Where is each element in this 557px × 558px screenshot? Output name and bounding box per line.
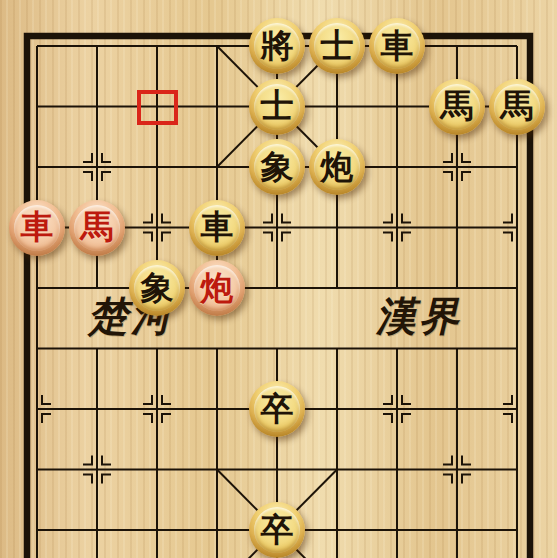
last-move-marker [137,90,178,125]
piece-black-horse-2[interactable]: 馬 [489,79,545,135]
piece-black-elephant-2[interactable]: 象 [129,260,185,316]
piece-black-chariot-1[interactable]: 車 [369,18,425,74]
piece-black-advisor-2[interactable]: 士 [249,79,305,135]
piece-glyph: 車 [369,18,425,74]
piece-black-elephant-1[interactable]: 象 [249,139,305,195]
piece-glyph: 馬 [69,200,125,256]
piece-glyph: 炮 [309,139,365,195]
piece-glyph: 士 [249,79,305,135]
piece-glyph: 車 [9,200,65,256]
piece-black-chariot-2[interactable]: 車 [189,200,245,256]
piece-glyph: 將 [249,18,305,74]
xiangqi-board: 楚河 漢界 將士車士馬馬象炮車馬車象炮卒卒 [0,0,557,558]
piece-black-advisor-1[interactable]: 士 [309,18,365,74]
river-label-han-jie: 漢界 [374,297,469,337]
piece-black-general[interactable]: 將 [249,18,305,74]
piece-red-chariot[interactable]: 車 [9,200,65,256]
piece-black-horse-1[interactable]: 馬 [429,79,485,135]
piece-glyph: 車 [189,200,245,256]
piece-black-pawn-1[interactable]: 卒 [249,381,305,437]
piece-glyph: 炮 [189,260,245,316]
piece-glyph: 卒 [249,381,305,437]
piece-glyph: 卒 [249,502,305,558]
piece-glyph: 象 [129,260,185,316]
piece-glyph: 士 [309,18,365,74]
piece-black-cannon[interactable]: 炮 [309,139,365,195]
piece-glyph: 象 [249,139,305,195]
piece-glyph: 馬 [429,79,485,135]
piece-black-pawn-2[interactable]: 卒 [249,502,305,558]
piece-red-cannon[interactable]: 炮 [189,260,245,316]
piece-red-horse[interactable]: 馬 [69,200,125,256]
piece-glyph: 馬 [489,79,545,135]
